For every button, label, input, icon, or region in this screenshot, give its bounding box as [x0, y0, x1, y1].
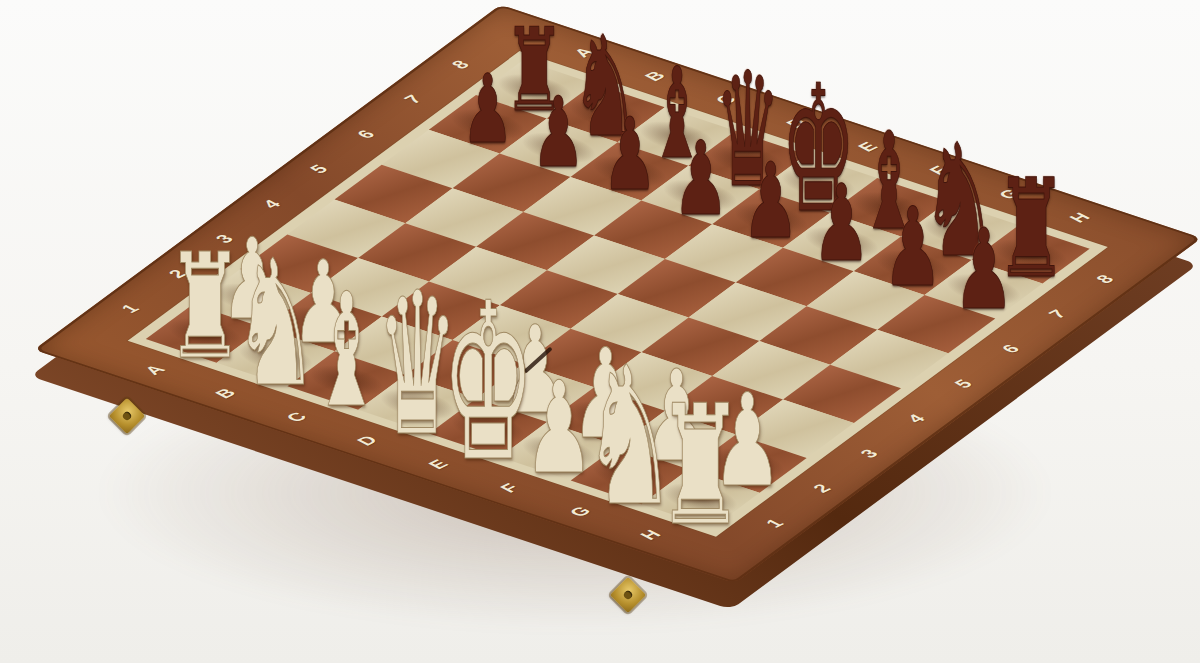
brass-clasp-icon [104, 398, 150, 438]
rank-label-7: 7 [1044, 307, 1071, 321]
rank-label-2: 2 [808, 482, 835, 496]
rank-label-5: 5 [950, 377, 977, 391]
rank-label-8: 8 [1091, 272, 1118, 286]
scene: ABCDEFGH ABCDEFGH 87654321 87654321 ♜♞♝♛… [0, 0, 1200, 663]
rank-label-4: 4 [903, 412, 930, 426]
rank-label-1: 1 [761, 516, 788, 530]
brass-clasp-icon [605, 577, 651, 617]
rank-label-3: 3 [856, 447, 883, 461]
piece-white-rook-h1[interactable]: ♜ [621, 246, 781, 506]
piece-black-pawn-h7[interactable]: ♟ [904, 37, 1064, 297]
rank-label-6: 6 [997, 342, 1024, 356]
